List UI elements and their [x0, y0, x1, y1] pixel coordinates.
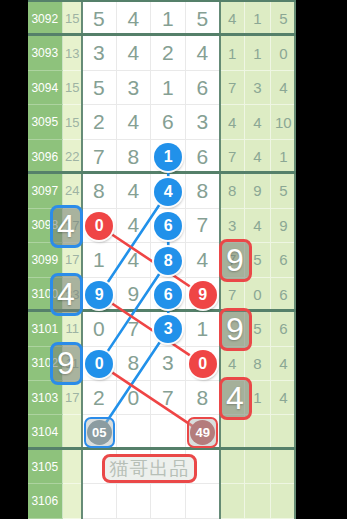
- digit-circle: 8: [154, 247, 182, 275]
- stat-cell: [245, 450, 270, 484]
- stat-cell: 3: [245, 71, 270, 105]
- period-cell: 3106: [28, 484, 63, 518]
- grid-divider: [294, 2, 296, 519]
- digit-cell: 0: [117, 381, 152, 415]
- sum-cell: [63, 415, 83, 449]
- digit-cell: 8: [82, 174, 117, 208]
- draw-row: 3104: [28, 415, 296, 449]
- stat-cell: 7: [220, 278, 245, 312]
- digit-cell: 3: [82, 36, 117, 70]
- stat-cell: [245, 484, 270, 518]
- stat-cell: [220, 484, 245, 518]
- digit-cell: 9: [117, 278, 152, 312]
- draw-row: 3094155316734: [28, 71, 296, 105]
- digit-cell: 8: [186, 174, 221, 208]
- period-cell: 3103: [28, 381, 63, 415]
- watermark-text: 猫哥出品: [110, 456, 190, 482]
- result-number-circle: 05: [87, 420, 112, 445]
- stat-cell: 1: [245, 2, 270, 36]
- digit-cell: 4: [117, 105, 152, 139]
- digit-cell: 4: [117, 243, 152, 277]
- stat-cell: 1: [245, 36, 270, 70]
- stat-cell: 6: [271, 278, 296, 312]
- digit-circle: 0: [189, 350, 217, 378]
- result-number-marker: 49: [187, 417, 218, 448]
- stat-cell: 4: [220, 2, 245, 36]
- digit-cell: 5: [82, 2, 117, 36]
- stat-cell: 3: [220, 209, 245, 243]
- digit-cell: 7: [186, 209, 221, 243]
- digit-cell: 3: [117, 71, 152, 105]
- digit-circle: 4: [154, 178, 182, 206]
- period-cell: 3101: [28, 312, 63, 346]
- digit-cell: [186, 484, 221, 518]
- lottery-trend-screen: 3092155415415309313342411030941553167343…: [0, 0, 347, 519]
- sum-cell: 13: [63, 36, 83, 70]
- sum-cell: [63, 484, 83, 518]
- digit-cell: 1: [151, 71, 186, 105]
- digit-cell: 5: [186, 2, 221, 36]
- grid-divider: [81, 2, 83, 519]
- period-cell: 3094: [28, 71, 63, 105]
- stat-cell: 4: [245, 105, 270, 139]
- prediction-number-box: 9: [219, 239, 252, 282]
- digit-cell: 8: [117, 140, 152, 174]
- trend-board: 3092155415415309313342411030941553167343…: [28, 0, 296, 519]
- digit-cell: 8: [117, 347, 152, 381]
- stat-cell: [220, 450, 245, 484]
- stat-cell: 4: [220, 105, 245, 139]
- digit-cell: 1: [82, 243, 117, 277]
- digit-circle: 9: [189, 281, 217, 309]
- prediction-number-box: 4: [50, 205, 83, 248]
- period-cell: 3099: [28, 243, 63, 277]
- period-cell: 3097: [28, 174, 63, 208]
- sum-cell: 15: [63, 105, 83, 139]
- digit-cell: 1: [151, 2, 186, 36]
- digit-cell: 4: [117, 2, 152, 36]
- digit-cell: 6: [186, 140, 221, 174]
- period-cell: 3096: [28, 140, 63, 174]
- sum-cell: 17: [63, 381, 83, 415]
- stat-cell: 0: [245, 278, 270, 312]
- digit-cell: 4: [117, 209, 152, 243]
- digit-circle: 0: [85, 350, 113, 378]
- digit-cell: 4: [186, 243, 221, 277]
- stat-cell: 4: [271, 347, 296, 381]
- stat-cell: 6: [271, 312, 296, 346]
- digit-cell: 1: [186, 312, 221, 346]
- stat-cell: [271, 450, 296, 484]
- result-number-marker: 05: [84, 417, 115, 448]
- prediction-number-box: 4: [219, 377, 252, 420]
- sum-cell: 22: [63, 140, 83, 174]
- stat-cell: 8: [220, 174, 245, 208]
- stat-cell: [271, 484, 296, 518]
- digit-cell: 0: [82, 312, 117, 346]
- stat-cell: 4: [271, 381, 296, 415]
- stat-cell: 10: [271, 105, 296, 139]
- digit-cell: 7: [82, 140, 117, 174]
- sum-cell: 17: [63, 243, 83, 277]
- stat-cell: 6: [271, 243, 296, 277]
- digit-cell: 2: [82, 381, 117, 415]
- sum-cell: 15: [63, 71, 83, 105]
- prediction-number-box: 4: [50, 273, 83, 316]
- prediction-number-box: 9: [50, 342, 83, 385]
- stat-cell: [245, 415, 270, 449]
- draw-row: 3092155415415: [28, 2, 296, 36]
- digit-cell: [151, 415, 186, 449]
- digit-cell: 2: [151, 36, 186, 70]
- stat-cell: 4: [245, 209, 270, 243]
- stat-cell: 9: [271, 209, 296, 243]
- sum-cell: 11: [63, 312, 83, 346]
- digit-cell: 3: [186, 105, 221, 139]
- stat-cell: 7: [220, 140, 245, 174]
- draw-row: 310317207814: [28, 381, 296, 415]
- digit-cell: 7: [117, 312, 152, 346]
- stat-cell: 8: [245, 347, 270, 381]
- digit-cell: [117, 415, 152, 449]
- stat-cell: 9: [245, 174, 270, 208]
- digit-cell: 7: [151, 381, 186, 415]
- stat-cell: 5: [271, 2, 296, 36]
- digit-cell: [82, 484, 117, 518]
- prediction-number-box: 9: [219, 308, 252, 351]
- digit-cell: 4: [117, 36, 152, 70]
- period-cell: 3093: [28, 36, 63, 70]
- sum-cell: 24: [63, 174, 83, 208]
- draw-row: 3106: [28, 484, 296, 518]
- stat-cell: [220, 415, 245, 449]
- digit-cell: [117, 484, 152, 518]
- digit-cell: [151, 484, 186, 518]
- digit-cell: 2: [82, 105, 117, 139]
- digit-cell: 8: [186, 381, 221, 415]
- digit-cell: 4: [117, 174, 152, 208]
- stat-cell: 5: [271, 174, 296, 208]
- stat-cell: 4: [220, 347, 245, 381]
- watermark-box: 猫哥出品: [102, 454, 197, 483]
- draw-row: 30951524634410: [28, 105, 296, 139]
- digit-cell: 6: [186, 71, 221, 105]
- result-number-circle: 49: [190, 420, 215, 445]
- period-cell: 3105: [28, 450, 63, 484]
- digit-cell: 4: [186, 36, 221, 70]
- draw-row: 3093133424110: [28, 36, 296, 70]
- period-cell: 3104: [28, 415, 63, 449]
- sum-cell: 15: [63, 2, 83, 36]
- stat-cell: 1: [271, 140, 296, 174]
- sum-cell: [63, 450, 83, 484]
- period-cell: 3092: [28, 2, 63, 36]
- stat-cell: 7: [220, 71, 245, 105]
- stat-cell: 1: [220, 36, 245, 70]
- digit-cell: 5: [82, 71, 117, 105]
- digit-cell: 6: [151, 105, 186, 139]
- digit-cell: 3: [151, 347, 186, 381]
- stat-cell: 4: [245, 140, 270, 174]
- stat-cell: 4: [271, 71, 296, 105]
- period-cell: 3095: [28, 105, 63, 139]
- stat-cell: 0: [271, 36, 296, 70]
- stat-cell: [271, 415, 296, 449]
